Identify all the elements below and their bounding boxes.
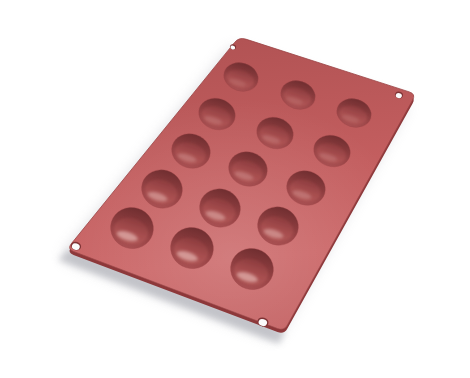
product-photo (0, 0, 470, 378)
silicone-mold-illustration (0, 0, 470, 378)
